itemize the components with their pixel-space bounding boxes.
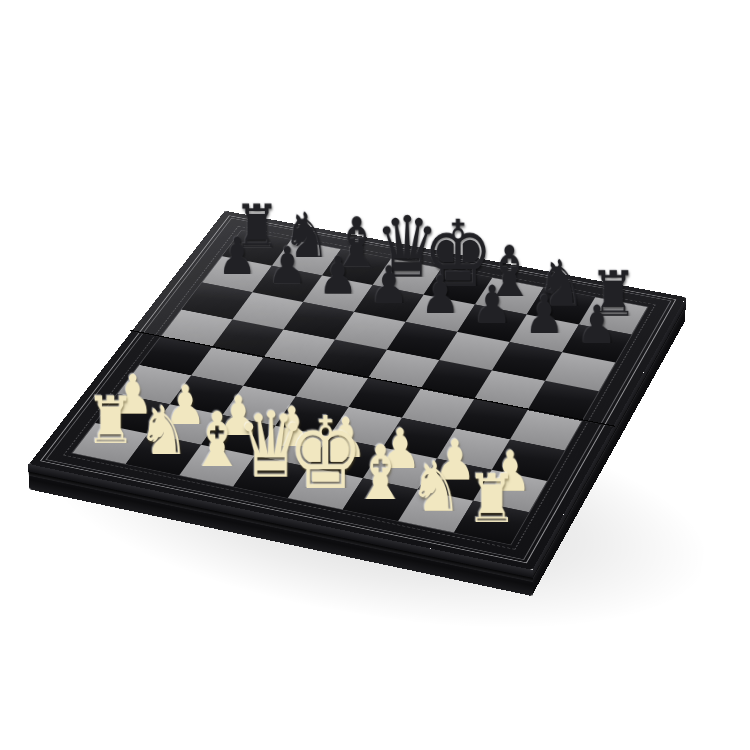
black-pawn-glyph: ♟ (420, 269, 460, 322)
black-pawn-glyph: ♟ (318, 250, 358, 302)
white-rook-glyph: ♜ (85, 388, 135, 454)
black-pawn-glyph: ♟ (577, 299, 618, 352)
black-pawn-glyph: ♟ (268, 240, 308, 292)
black-pawn-glyph: ♟ (524, 289, 564, 342)
white-bishop-glyph: ♝ (351, 434, 410, 511)
black-pawn-glyph: ♟ (472, 279, 512, 332)
white-knight-glyph: ♞ (138, 397, 190, 465)
white-rook-glyph: ♜ (466, 466, 517, 534)
white-knight-glyph: ♞ (409, 453, 462, 522)
black-pawn-glyph: ♟ (369, 259, 409, 311)
square-g5 (474, 370, 545, 409)
black-pawn-glyph: ♟ (217, 231, 257, 283)
